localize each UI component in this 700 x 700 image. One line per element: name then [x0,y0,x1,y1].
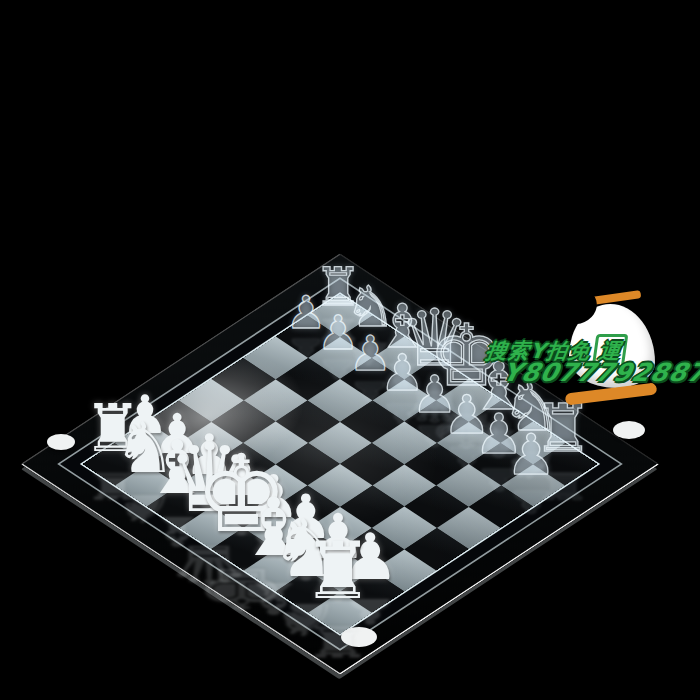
product-photo-stage: ♜♜♞♞♝♝♛♛♚♚♝♝♞♞♜♜♟♟♟♟♟♟♟♟♟♟♟♟♟♟♟♟♟♟♟♟♟♟♟♟… [0,0,700,700]
ship-sail [569,304,655,388]
chessboard-grid [83,294,598,634]
board-foot-right [613,421,645,439]
board-foot-bottom [341,627,377,647]
ship-top-stripe [585,290,642,306]
ship-hull-stripe [565,382,658,405]
watermark-line1-boxed-char: 運 [592,334,629,368]
sail-ship-icon [563,294,663,402]
glass-chessboard [20,253,659,675]
board-foot-left [47,434,75,450]
